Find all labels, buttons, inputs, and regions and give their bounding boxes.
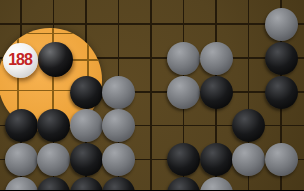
grid-line-vertical [150, 0, 152, 190]
stone-white [102, 143, 135, 176]
stone-black [167, 177, 200, 191]
stone-white [5, 143, 38, 176]
last-move-white-stone: 188 [3, 43, 38, 78]
stone-white [70, 109, 103, 142]
stone-black [200, 143, 233, 176]
stone-black [167, 143, 200, 176]
stone-black [37, 109, 70, 142]
stone-black [265, 42, 298, 75]
stone-black [232, 109, 265, 142]
stone-white [5, 177, 38, 191]
spotlight-black-stone [38, 42, 73, 77]
stone-white [167, 76, 200, 109]
move-number-label: 188 [3, 43, 38, 78]
stone-black [102, 177, 135, 191]
stone-white [265, 8, 298, 41]
stone-white [167, 42, 200, 75]
stone-white [200, 177, 233, 191]
stone-black [70, 143, 103, 176]
stone-black [265, 76, 298, 109]
stone-white [265, 143, 298, 176]
stone-black [70, 177, 103, 191]
stone-black [200, 76, 233, 109]
go-board[interactable]: 188 [0, 0, 304, 190]
stone-white [37, 143, 70, 176]
stone-white [102, 109, 135, 142]
grid-line-horizontal [0, 23, 304, 25]
stone-white [102, 76, 135, 109]
stone-black [37, 177, 70, 191]
stone-white [232, 143, 265, 176]
stone-black [5, 109, 38, 142]
stone-black [70, 76, 103, 109]
stone-white [200, 42, 233, 75]
